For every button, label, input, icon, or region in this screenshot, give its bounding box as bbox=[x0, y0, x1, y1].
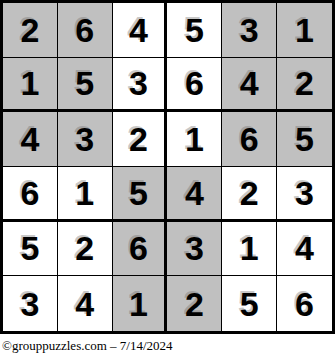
sudoku-page: 264531153642432165615423526314341256 ©gr… bbox=[0, 0, 335, 357]
cell-r3c4: 1 bbox=[167, 112, 222, 167]
cell-r1c4: 5 bbox=[167, 3, 222, 58]
cell-r1c3: 4 bbox=[113, 3, 168, 58]
cell-r6c3: 1 bbox=[113, 276, 168, 331]
cell-r2c6: 2 bbox=[277, 58, 332, 113]
cell-r5c1: 5 bbox=[3, 222, 58, 277]
cell-r5c5: 1 bbox=[222, 222, 277, 277]
cell-r2c2: 5 bbox=[58, 58, 113, 113]
cell-r5c3: 6 bbox=[113, 222, 168, 277]
cell-r6c4: 2 bbox=[167, 276, 222, 331]
cell-r4c3: 5 bbox=[113, 167, 168, 222]
sudoku-board: 264531153642432165615423526314341256 bbox=[0, 0, 335, 334]
cell-r6c6: 6 bbox=[277, 276, 332, 331]
cell-r1c1: 2 bbox=[3, 3, 58, 58]
cell-r5c4: 3 bbox=[167, 222, 222, 277]
cell-r5c2: 2 bbox=[58, 222, 113, 277]
cell-r3c1: 4 bbox=[3, 112, 58, 167]
cell-r5c6: 4 bbox=[277, 222, 332, 277]
cell-r1c6: 1 bbox=[277, 3, 332, 58]
cell-r4c4: 4 bbox=[167, 167, 222, 222]
cell-r3c3: 2 bbox=[113, 112, 168, 167]
copyright-credit: ©grouppuzzles.com – 7/14/2024 bbox=[0, 334, 335, 357]
cell-r3c6: 5 bbox=[277, 112, 332, 167]
cell-r4c1: 6 bbox=[3, 167, 58, 222]
cell-r6c1: 3 bbox=[3, 276, 58, 331]
cell-r3c2: 3 bbox=[58, 112, 113, 167]
cell-r4c5: 2 bbox=[222, 167, 277, 222]
cell-r3c5: 6 bbox=[222, 112, 277, 167]
cell-r2c3: 3 bbox=[113, 58, 168, 113]
cell-r6c2: 4 bbox=[58, 276, 113, 331]
cell-r2c1: 1 bbox=[3, 58, 58, 113]
cell-r4c6: 3 bbox=[277, 167, 332, 222]
cell-r4c2: 1 bbox=[58, 167, 113, 222]
cell-r6c5: 5 bbox=[222, 276, 277, 331]
cell-r1c5: 3 bbox=[222, 3, 277, 58]
cell-r2c4: 6 bbox=[167, 58, 222, 113]
cell-r1c2: 6 bbox=[58, 3, 113, 58]
cell-r2c5: 4 bbox=[222, 58, 277, 113]
